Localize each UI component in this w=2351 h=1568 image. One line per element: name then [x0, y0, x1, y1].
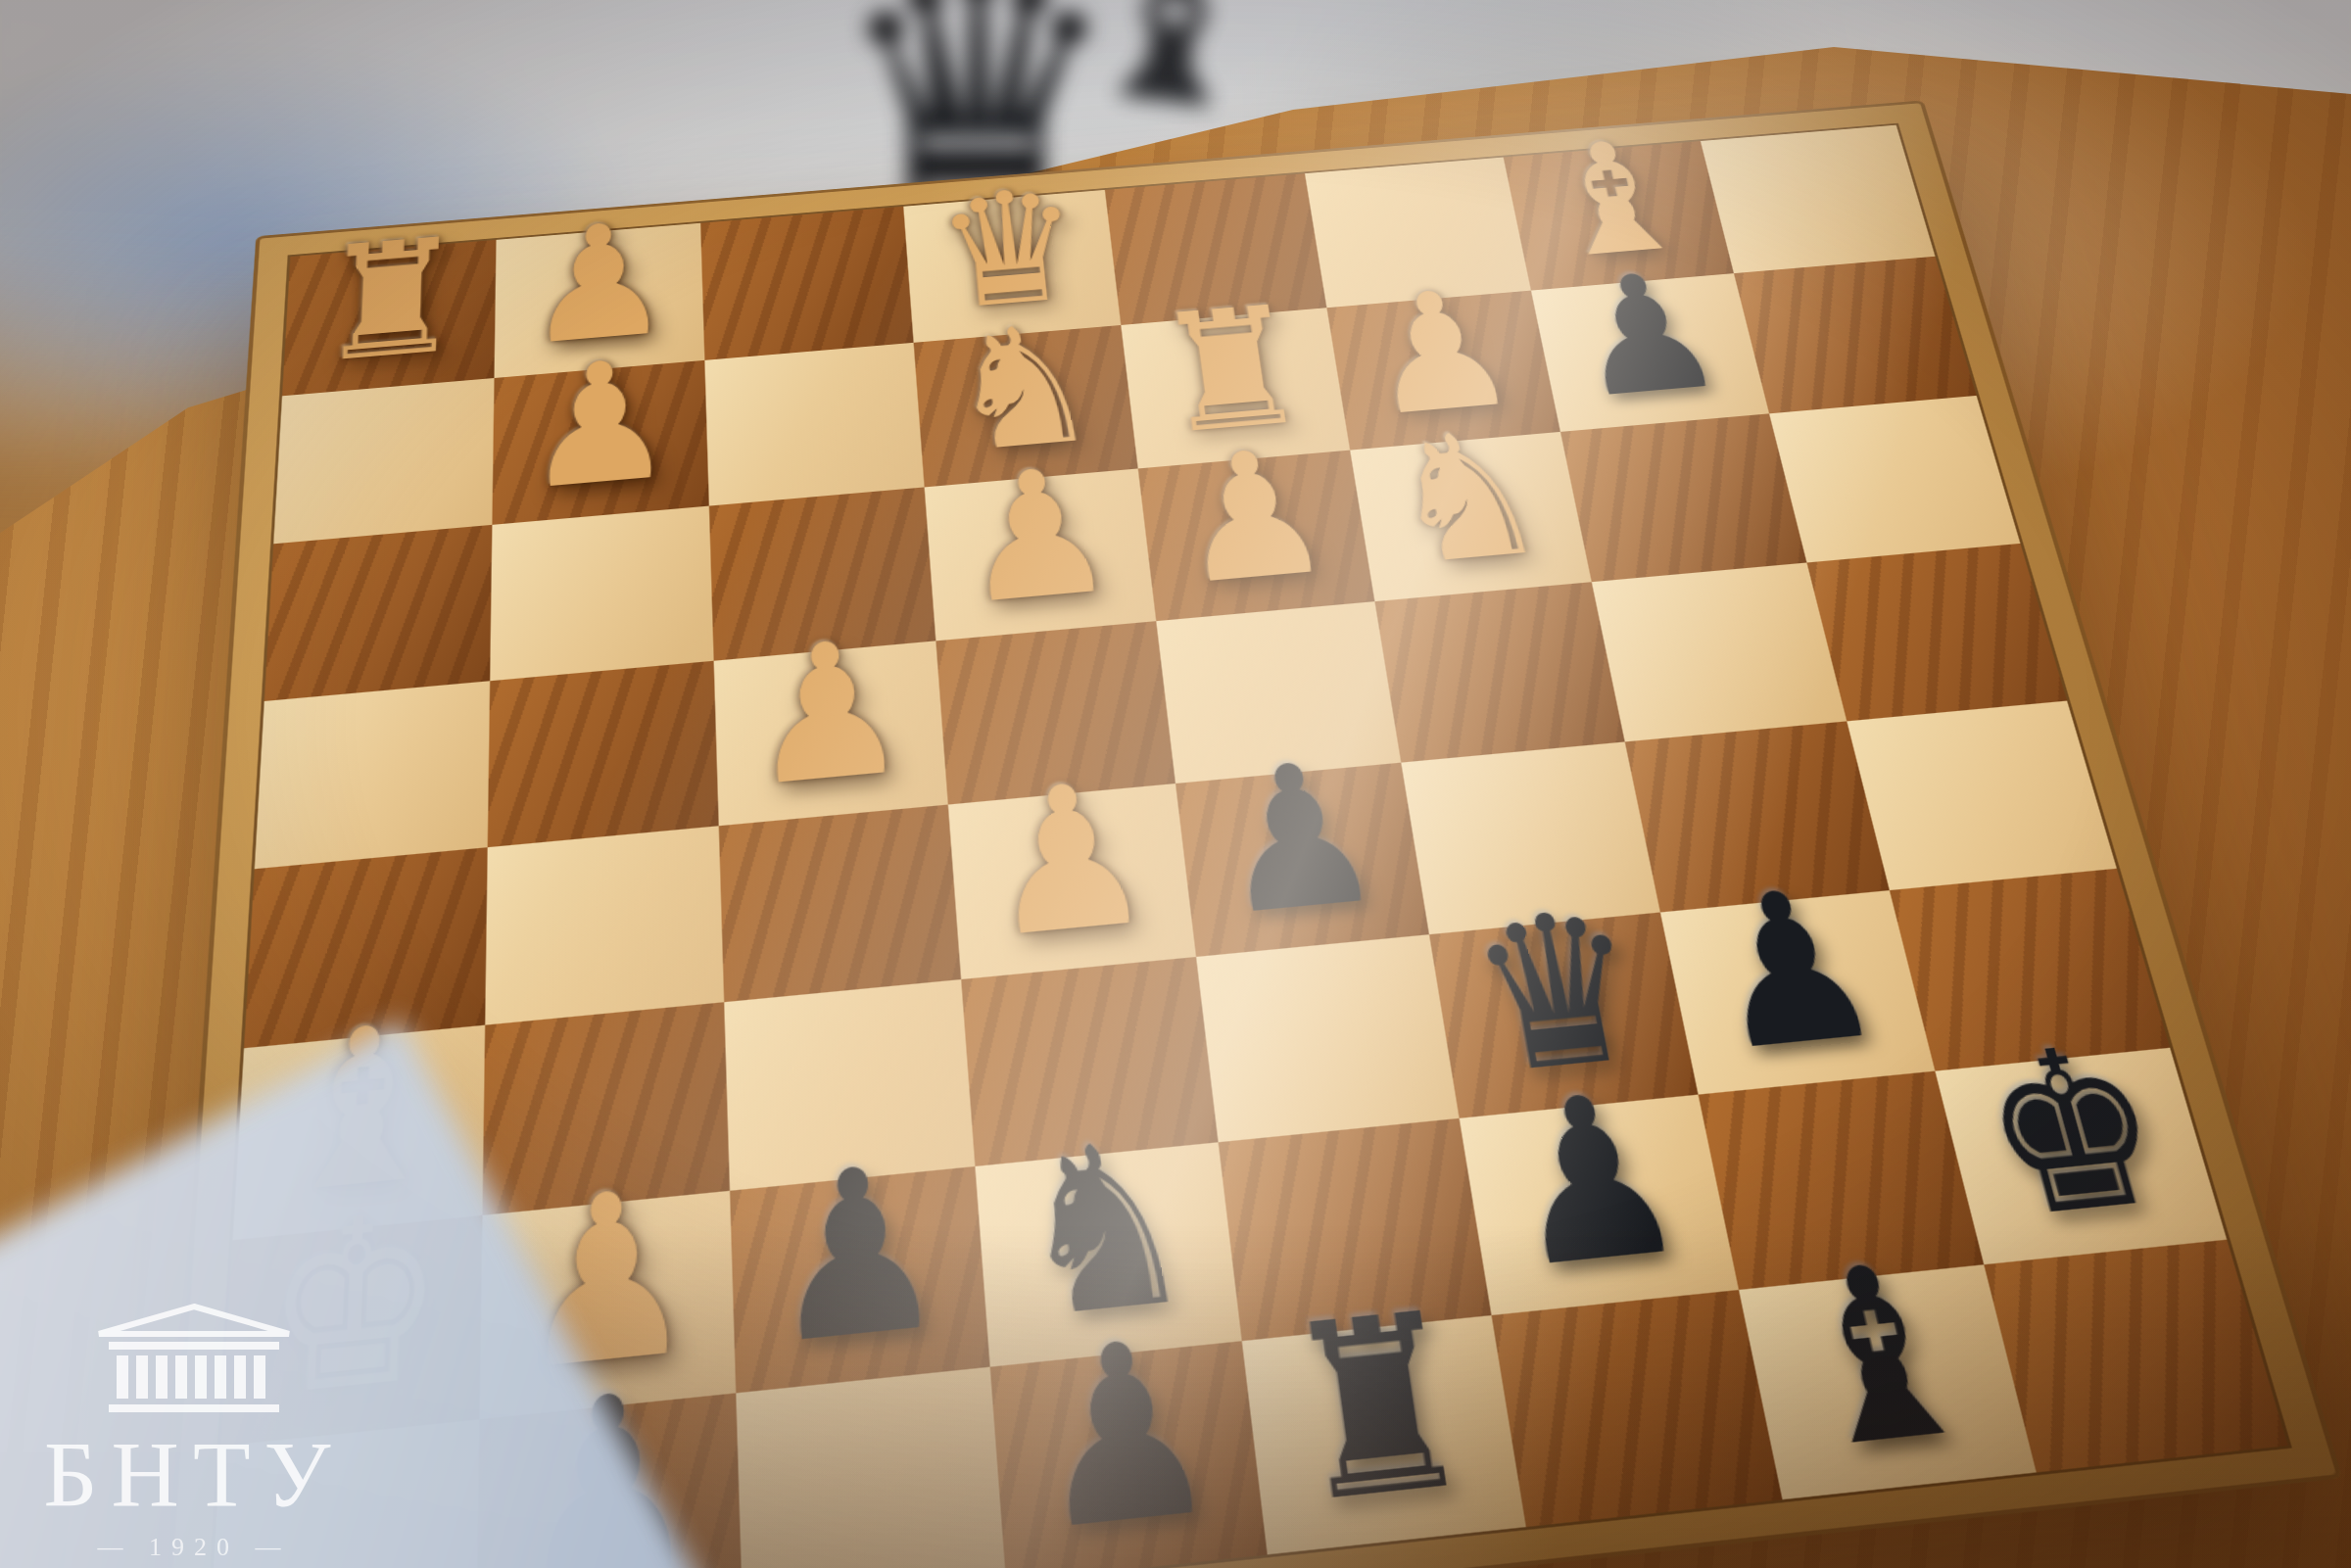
- square-h4[interactable]: ♟: [990, 1341, 1268, 1568]
- black-pawn[interactable]: ♟: [728, 1099, 991, 1413]
- square-g3[interactable]: ♟: [730, 1166, 990, 1393]
- white-pawn[interactable]: ♟: [712, 586, 949, 842]
- square-c4[interactable]: ♟: [925, 468, 1157, 641]
- square-h3[interactable]: [736, 1367, 1006, 1568]
- square-d3[interactable]: ♟: [714, 641, 948, 826]
- square-e8[interactable]: [1847, 701, 2117, 891]
- watermark-year: — 1920 —: [27, 1533, 360, 1562]
- square-f7[interactable]: ♟: [1660, 890, 1935, 1095]
- square-b7[interactable]: ♟: [1531, 273, 1769, 432]
- white-pawn[interactable]: ♟: [492, 311, 709, 540]
- square-b1[interactable]: [273, 378, 494, 544]
- white-knight[interactable]: ♞: [1342, 381, 1595, 617]
- square-d1[interactable]: [255, 681, 490, 869]
- square-a8[interactable]: [1701, 125, 1936, 273]
- white-pawn[interactable]: ♟: [1131, 400, 1377, 638]
- square-c8[interactable]: [1769, 396, 2020, 563]
- black-rook[interactable]: ♜: [1233, 1245, 1529, 1568]
- square-d2[interactable]: [488, 661, 719, 847]
- black-pawn[interactable]: ♟: [1169, 705, 1432, 974]
- square-b3[interactable]: [704, 343, 924, 506]
- square-h6[interactable]: [1492, 1290, 1783, 1527]
- square-d6[interactable]: [1374, 582, 1624, 762]
- square-h5[interactable]: ♜: [1242, 1315, 1526, 1554]
- captured-black-piece-icon: ♝: [1071, 0, 1273, 142]
- square-h7[interactable]: ♝: [1739, 1264, 2037, 1499]
- white-pawn[interactable]: ♟: [943, 726, 1198, 998]
- black-pawn[interactable]: ♟: [984, 1269, 1270, 1568]
- square-g6[interactable]: ♟: [1460, 1095, 1739, 1315]
- square-c7[interactable]: [1560, 413, 1807, 582]
- square-c5[interactable]: ♟: [1138, 451, 1375, 622]
- square-f5[interactable]: [1196, 934, 1460, 1142]
- square-d7[interactable]: [1592, 562, 1847, 741]
- white-rook[interactable]: ♜: [281, 193, 497, 410]
- square-c1[interactable]: [264, 525, 493, 701]
- square-e4[interactable]: ♟: [948, 784, 1196, 979]
- square-e5[interactable]: ♟: [1175, 763, 1429, 957]
- square-e3[interactable]: [719, 805, 961, 1003]
- watermark-bntu: БНТУ — 1920 —: [27, 1303, 360, 1562]
- square-g8[interactable]: ♚: [1935, 1048, 2227, 1264]
- white-pawn[interactable]: ♟: [921, 417, 1158, 656]
- square-e2[interactable]: [485, 826, 724, 1024]
- photo-scene: ♛ ♝ ♜♟♛♝♟♞♜♟♟♟♟♞♟♟♟♝♛♟♚♟♟♞♟♚♟♟♜♝ БНТУ — …: [0, 0, 2351, 1568]
- square-c6[interactable]: ♞: [1350, 432, 1592, 601]
- watermark-text: БНТУ: [27, 1426, 360, 1525]
- square-b8[interactable]: [1734, 257, 1977, 414]
- university-building-icon: [91, 1303, 297, 1420]
- square-b2[interactable]: ♟: [492, 360, 708, 525]
- square-h8[interactable]: [1984, 1240, 2287, 1473]
- square-c2[interactable]: [490, 506, 714, 682]
- square-a1[interactable]: ♜: [282, 240, 496, 396]
- square-d8[interactable]: [1806, 544, 2067, 722]
- square-a3[interactable]: [700, 207, 913, 360]
